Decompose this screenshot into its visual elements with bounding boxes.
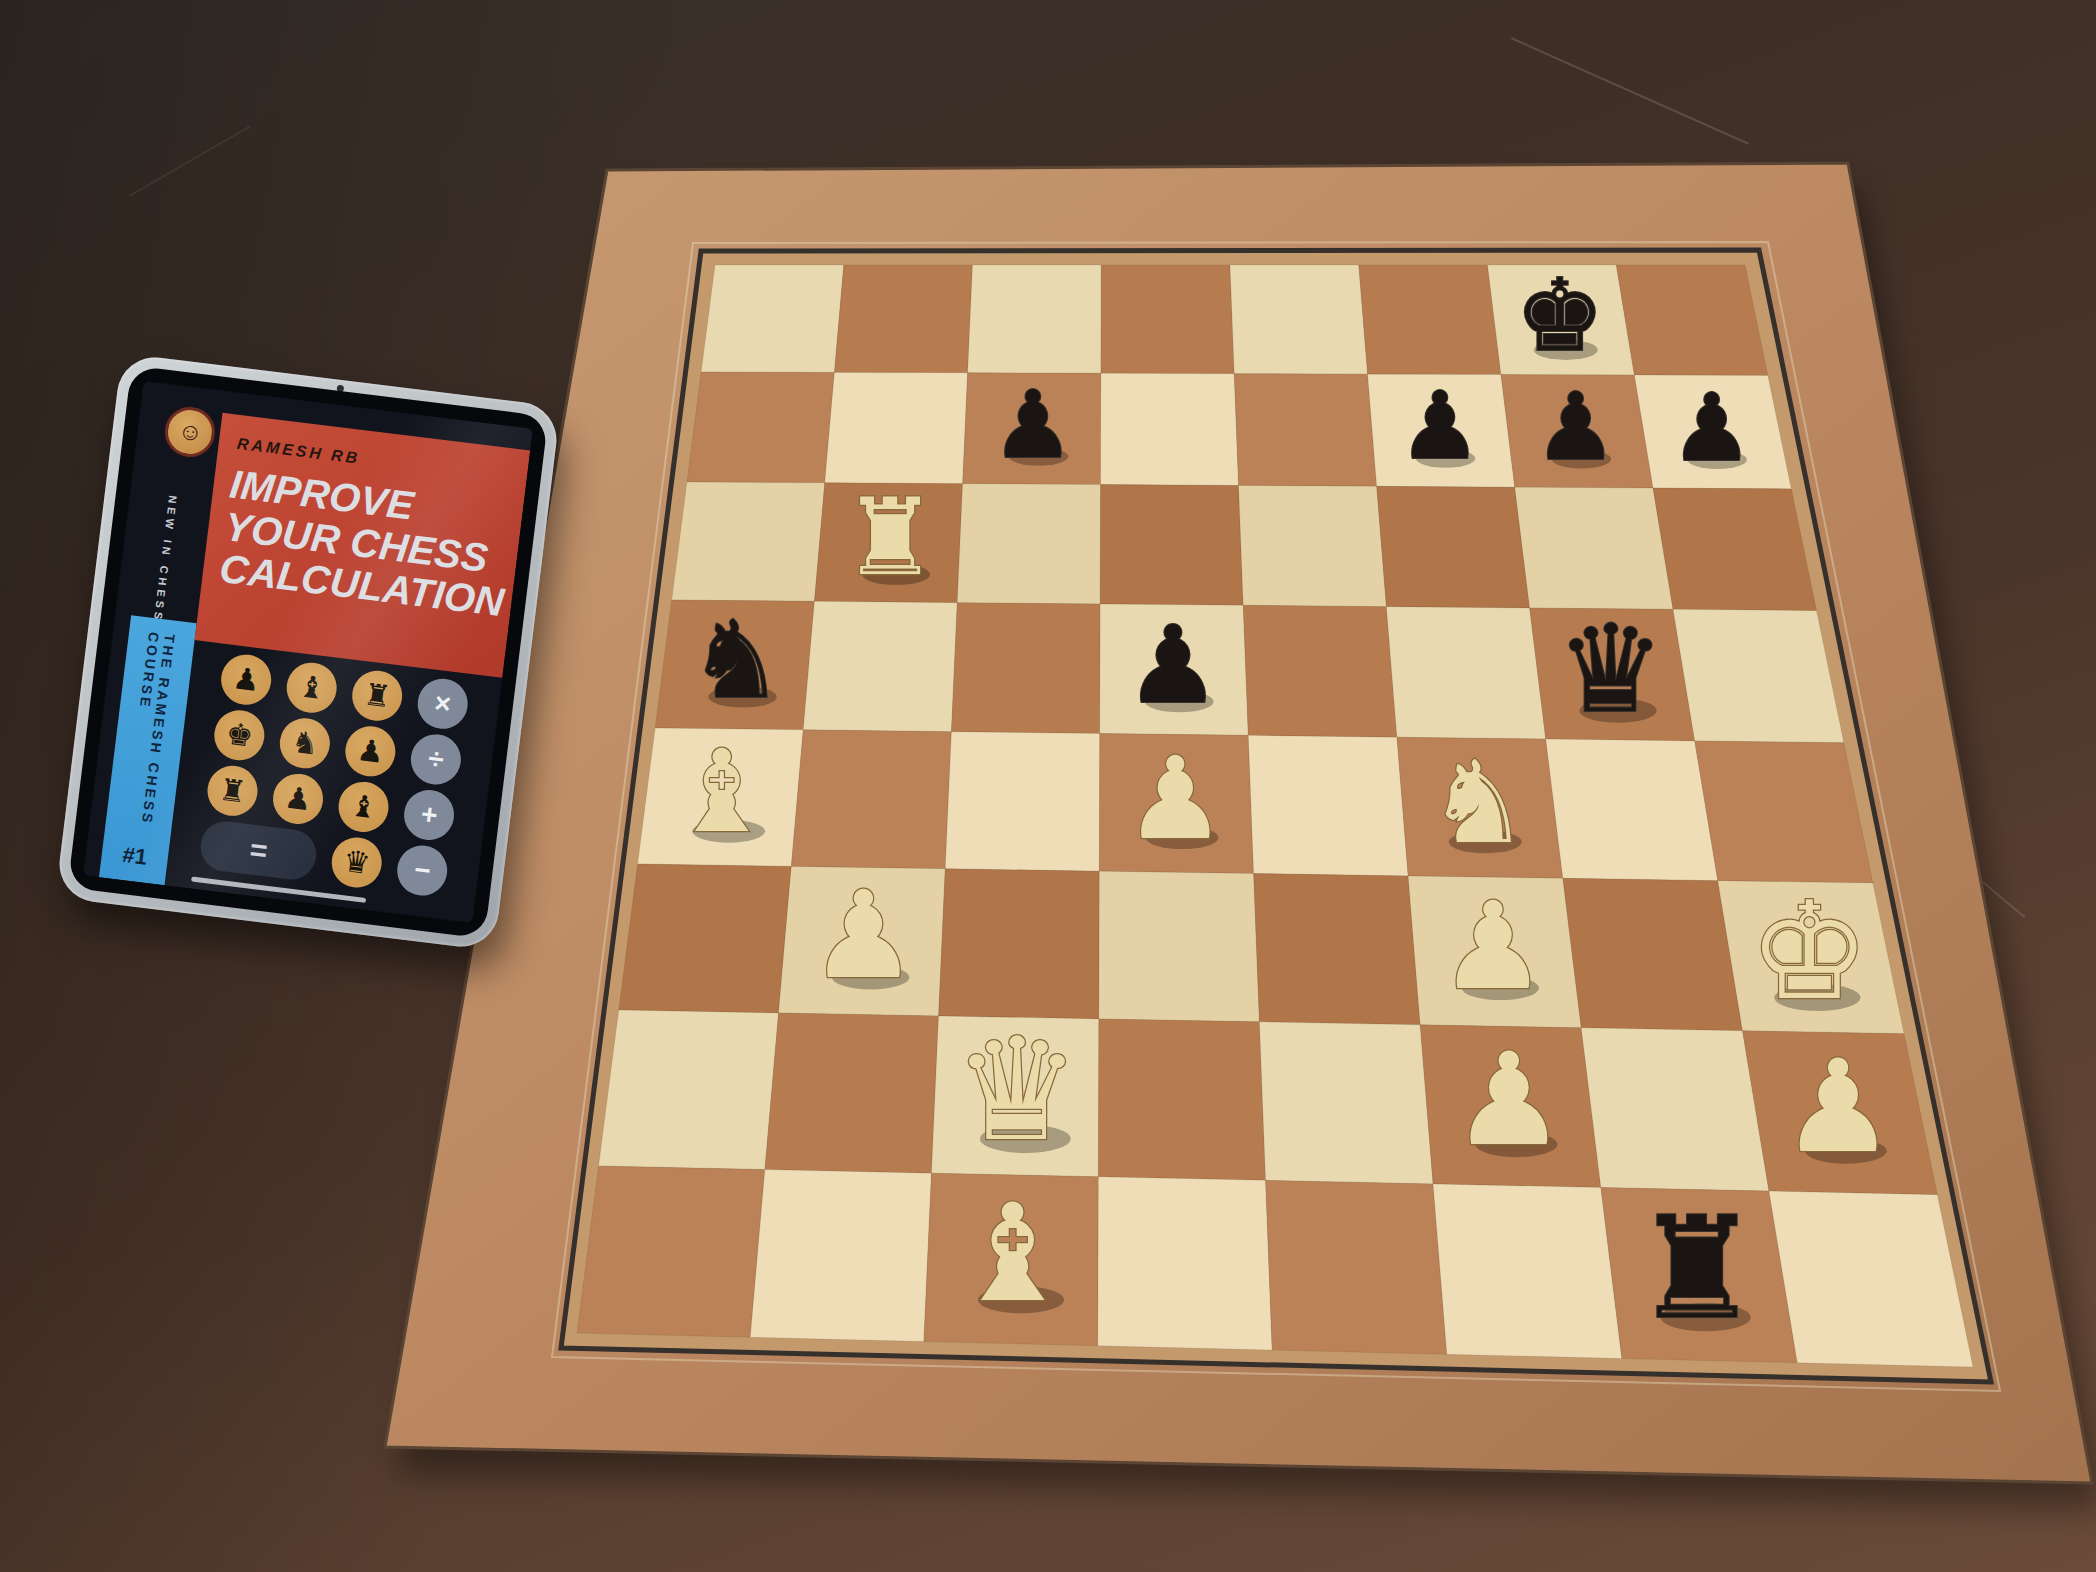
square-g2[interactable] [1581,1028,1769,1191]
square-e3[interactable] [1254,874,1421,1025]
calc-rook-button[interactable]: ♜ [349,668,405,724]
piece-white-pawn-b3[interactable]: ♟ [809,865,917,1006]
square-e1[interactable] [1266,1180,1447,1354]
issue-number: #1 [121,842,148,871]
course-cover: ☺ NEW IN CHESS THE RAMESH CHESS COURSE #… [83,381,533,923]
piece-white-pawn-f2[interactable]: ♟ [1451,1025,1566,1174]
calc-bishop-button[interactable]: ♝ [284,660,340,716]
calc-minus-button[interactable]: − [395,843,451,899]
calc-king-button[interactable]: ♚ [212,707,268,763]
square-e5[interactable] [1243,605,1397,737]
piece-white-king-h3[interactable]: ♚ [1749,873,1870,1030]
square-b8[interactable] [834,265,972,373]
square-f5[interactable] [1386,607,1545,739]
piece-black-pawn-d5[interactable]: ♟ [1125,603,1221,727]
square-a1[interactable] [577,1166,765,1337]
square-f8[interactable] [1359,265,1501,375]
calculator-grid: ♟ ♝ ♜ × ♚ ♞ ♟ ÷ ♜ ♟ ♝ + = ♛ − [168,648,501,893]
piece-black-knight-a5[interactable]: ♞ [688,598,784,722]
square-d2[interactable] [1098,1019,1265,1180]
square-c3[interactable] [939,869,1100,1019]
square-a7[interactable] [687,372,834,483]
square-h5[interactable] [1673,609,1844,742]
square-h4[interactable] [1695,741,1873,883]
calc-knight-button[interactable]: ♞ [277,715,333,771]
calc-divide-button[interactable]: ÷ [408,731,464,787]
cover-title-panel: RAMESH RB IMPROVE YOUR CHESS CALCULATION [195,413,530,678]
calc-pawn-button[interactable]: ♟ [218,652,274,708]
calc-queen-button[interactable]: ♛ [329,835,385,891]
piece-white-rook-b6[interactable]: ♜ [842,476,937,599]
square-c5[interactable] [951,603,1100,734]
square-d6[interactable] [1100,485,1243,606]
series-title: THE RAMESH CHESS COURSE [122,631,178,835]
piece-black-king-g8[interactable]: ♚ [1515,257,1605,374]
square-b2[interactable] [765,1013,939,1173]
calc-bishop-button-2[interactable]: ♝ [336,779,392,835]
new-in-chess-logo-icon: ☺ [163,404,219,460]
tablet-screen: ☺ NEW IN CHESS THE RAMESH CHESS COURSE #… [68,365,549,938]
square-d8[interactable] [1101,265,1234,374]
piece-black-pawn-c7[interactable]: ♟ [991,371,1074,479]
piece-black-pawn-h7[interactable]: ♟ [1670,374,1753,482]
calc-equals-button[interactable]: = [198,819,319,883]
tablet: ☺ NEW IN CHESS THE RAMESH CHESS COURSE #… [55,353,560,951]
square-b4[interactable] [791,730,951,869]
square-d7[interactable] [1101,373,1239,485]
piece-black-rook-g1[interactable]: ♜ [1634,1186,1760,1350]
square-c4[interactable] [945,732,1100,871]
publisher-spine-label: NEW IN CHESS [152,494,180,623]
square-e7[interactable] [1234,374,1376,487]
piece-white-bishop-c1[interactable]: ♝ [952,1175,1073,1332]
piece-white-bishop-a4[interactable]: ♝ [671,725,773,858]
square-g6[interactable] [1515,487,1673,609]
piece-white-knight-f4[interactable]: ♞ [1427,736,1529,869]
square-f6[interactable] [1377,486,1530,608]
square-a6[interactable] [672,482,825,601]
square-d3[interactable] [1099,871,1260,1022]
square-h8[interactable] [1616,265,1768,375]
square-c6[interactable] [957,484,1100,604]
square-f1[interactable] [1433,1184,1622,1359]
square-h6[interactable] [1653,488,1816,611]
square-e8[interactable] [1230,265,1368,374]
square-b1[interactable] [750,1170,931,1342]
square-a3[interactable] [619,864,792,1013]
square-e4[interactable] [1248,735,1408,876]
square-g4[interactable] [1546,739,1718,881]
calc-pawn-button-2[interactable]: ♟ [343,723,399,779]
piece-white-queen-c2[interactable]: ♛ [953,1007,1080,1172]
square-e2[interactable] [1259,1022,1433,1184]
piece-black-pawn-f7[interactable]: ♟ [1398,372,1481,480]
calc-plus-button[interactable]: + [401,787,457,843]
square-e6[interactable] [1239,485,1387,606]
square-b5[interactable] [803,601,957,731]
piece-white-pawn-h2[interactable]: ♟ [1781,1032,1896,1181]
calc-multiply-button[interactable]: × [415,676,471,732]
square-c8[interactable] [968,265,1102,373]
square-g3[interactable] [1563,878,1743,1030]
tablet-frame: ☺ NEW IN CHESS THE RAMESH CHESS COURSE #… [55,353,560,951]
calc-pawn-button-3[interactable]: ♟ [270,771,326,827]
piece-white-pawn-d4[interactable]: ♟ [1124,732,1226,865]
square-a2[interactable] [599,1010,779,1170]
square-b7[interactable] [825,372,968,483]
calc-rook-button-2[interactable]: ♜ [205,763,261,819]
piece-black-pawn-g7[interactable]: ♟ [1534,373,1617,481]
square-d1[interactable] [1098,1177,1272,1350]
square-a8[interactable] [701,265,844,372]
square-h1[interactable] [1769,1191,1973,1367]
piece-white-pawn-f3[interactable]: ♟ [1439,876,1547,1017]
piece-black-queen-g5[interactable]: ♛ [1557,599,1665,740]
